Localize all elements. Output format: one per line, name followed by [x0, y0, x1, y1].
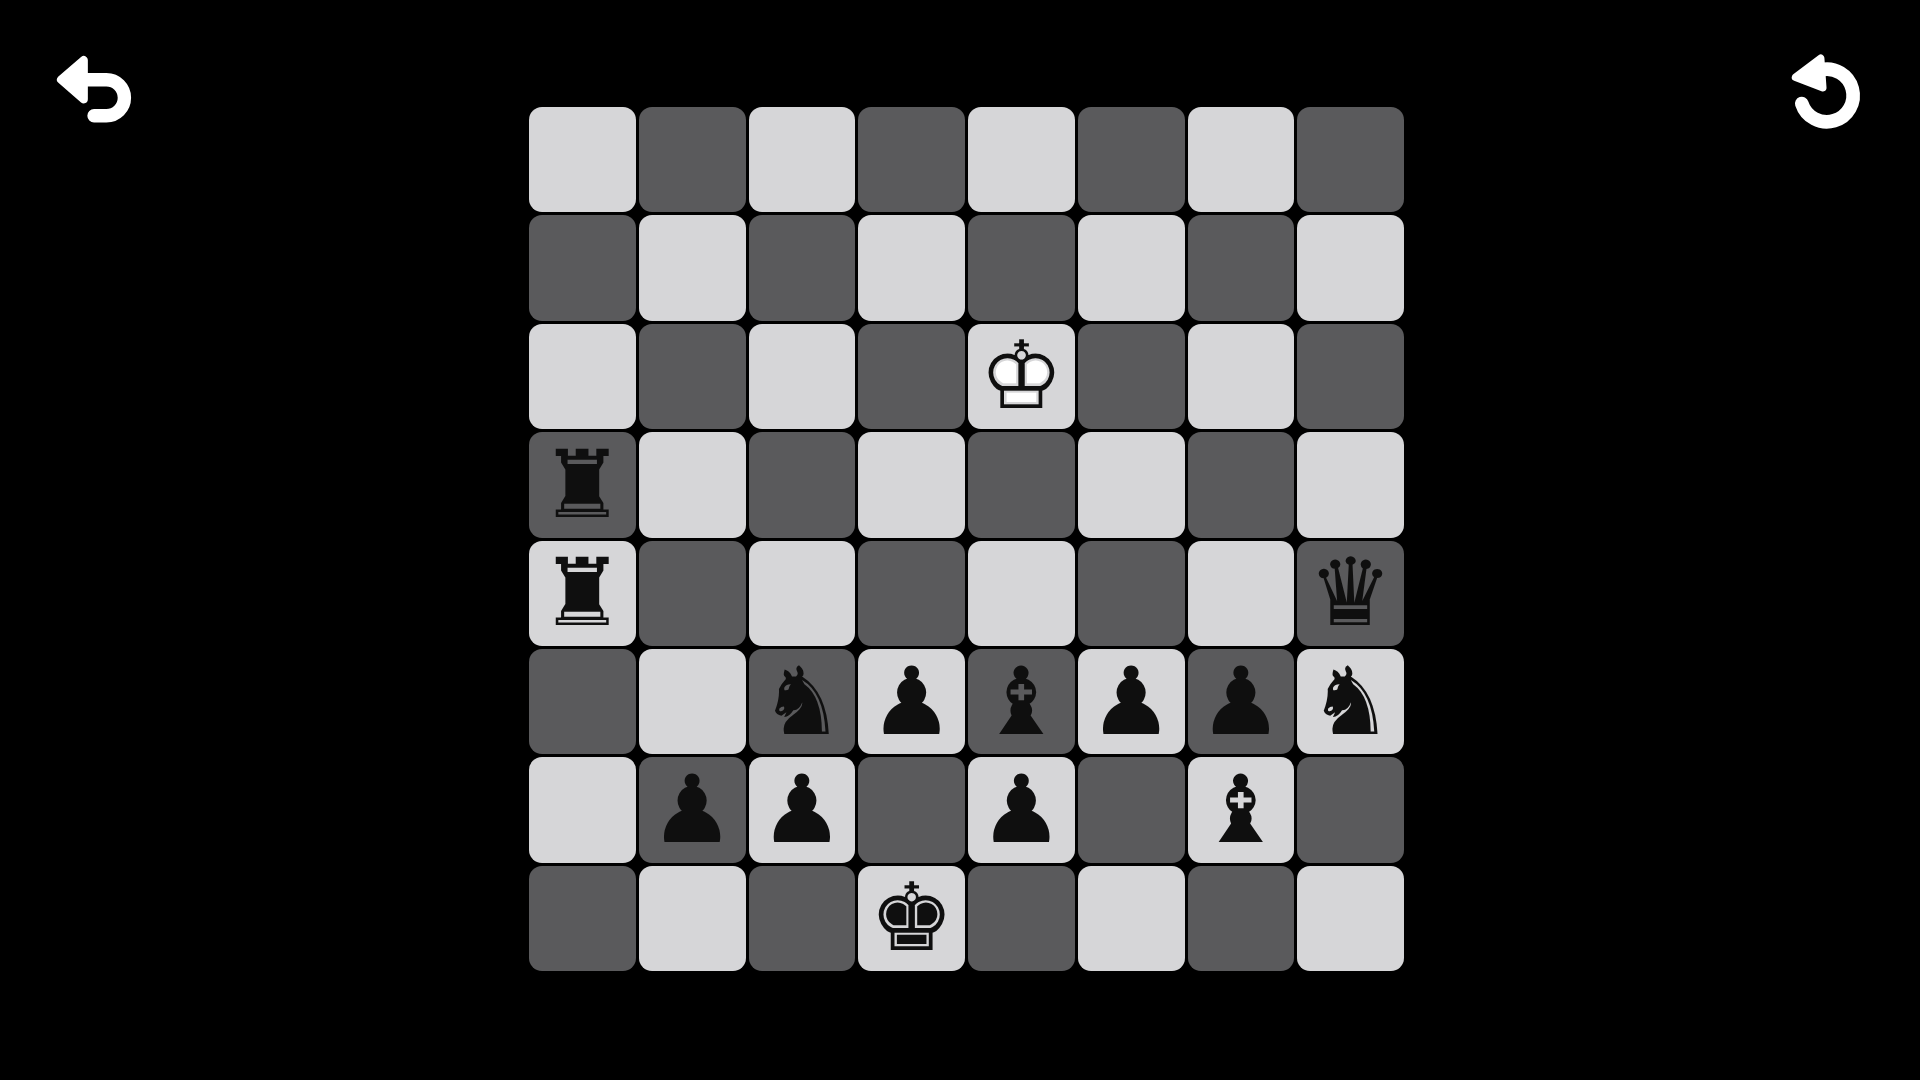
square-b7[interactable]	[639, 215, 746, 320]
square-f2[interactable]	[1078, 757, 1185, 862]
square-b3[interactable]	[639, 649, 746, 754]
square-e8[interactable]	[968, 107, 1075, 212]
square-a2[interactable]	[529, 757, 636, 862]
square-h3[interactable]: ♞	[1297, 649, 1404, 754]
square-c6[interactable]	[749, 324, 856, 429]
piece-black-pawn[interactable]: ♟	[760, 763, 844, 857]
square-e2[interactable]: ♟	[968, 757, 1075, 862]
square-f4[interactable]	[1078, 541, 1185, 646]
square-c1[interactable]	[749, 866, 856, 971]
undo-button[interactable]	[52, 54, 134, 124]
square-b1[interactable]	[639, 866, 746, 971]
square-g4[interactable]	[1188, 541, 1295, 646]
square-b4[interactable]	[639, 541, 746, 646]
square-g2[interactable]: ♝	[1188, 757, 1295, 862]
square-d4[interactable]	[858, 541, 965, 646]
square-g6[interactable]	[1188, 324, 1295, 429]
piece-black-pawn[interactable]: ♟	[869, 655, 953, 749]
square-h7[interactable]	[1297, 215, 1404, 320]
piece-black-king[interactable]: ♚	[869, 871, 953, 965]
piece-black-pawn[interactable]: ♟	[1199, 655, 1283, 749]
square-a1[interactable]	[529, 866, 636, 971]
square-d5[interactable]	[858, 432, 965, 537]
square-h6[interactable]	[1297, 324, 1404, 429]
undo-back-arrow-icon	[52, 54, 134, 124]
square-c7[interactable]	[749, 215, 856, 320]
piece-black-pawn[interactable]: ♟	[650, 763, 734, 857]
piece-black-pawn[interactable]: ♟	[1089, 655, 1173, 749]
square-h5[interactable]	[1297, 432, 1404, 537]
piece-black-rook[interactable]: ♜	[540, 546, 624, 640]
square-a8[interactable]	[529, 107, 636, 212]
square-a5[interactable]: ♜	[529, 432, 636, 537]
square-f8[interactable]	[1078, 107, 1185, 212]
square-b5[interactable]	[639, 432, 746, 537]
piece-black-queen[interactable]: ♛	[1308, 546, 1392, 640]
square-g8[interactable]	[1188, 107, 1295, 212]
square-e7[interactable]	[968, 215, 1075, 320]
square-f7[interactable]	[1078, 215, 1185, 320]
square-f1[interactable]	[1078, 866, 1185, 971]
square-g7[interactable]	[1188, 215, 1295, 320]
square-a6[interactable]	[529, 324, 636, 429]
piece-black-bishop[interactable]: ♝	[1199, 763, 1283, 857]
square-d2[interactable]	[858, 757, 965, 862]
square-d1[interactable]: ♚	[858, 866, 965, 971]
square-e1[interactable]	[968, 866, 1075, 971]
square-h4[interactable]: ♛	[1297, 541, 1404, 646]
square-e3[interactable]: ♝	[968, 649, 1075, 754]
square-e4[interactable]	[968, 541, 1075, 646]
square-c5[interactable]	[749, 432, 856, 537]
piece-black-rook[interactable]: ♜	[540, 438, 624, 532]
square-f6[interactable]	[1078, 324, 1185, 429]
square-a4[interactable]: ♜	[529, 541, 636, 646]
piece-black-knight[interactable]: ♞	[1308, 655, 1392, 749]
square-d7[interactable]	[858, 215, 965, 320]
piece-black-bishop[interactable]: ♝	[979, 655, 1063, 749]
square-c8[interactable]	[749, 107, 856, 212]
square-d3[interactable]: ♟	[858, 649, 965, 754]
square-c2[interactable]: ♟	[749, 757, 856, 862]
square-e6[interactable]: ♚♔	[968, 324, 1075, 429]
piece-black-pawn[interactable]: ♟	[979, 763, 1063, 857]
chess-app: ♚♔♜♜♛♞♟♝♟♟♞♟♟♟♝♚	[0, 0, 1920, 1080]
chess-board: ♚♔♜♜♛♞♟♝♟♟♞♟♟♟♝♚	[529, 107, 1404, 971]
square-a7[interactable]	[529, 215, 636, 320]
piece-black-knight[interactable]: ♞	[760, 655, 844, 749]
square-c4[interactable]	[749, 541, 856, 646]
square-c3[interactable]: ♞	[749, 649, 856, 754]
square-h2[interactable]	[1297, 757, 1404, 862]
square-h1[interactable]	[1297, 866, 1404, 971]
square-d8[interactable]	[858, 107, 965, 212]
square-b2[interactable]: ♟	[639, 757, 746, 862]
restart-circular-arrow-icon	[1786, 52, 1866, 134]
square-b8[interactable]	[639, 107, 746, 212]
square-a3[interactable]	[529, 649, 636, 754]
square-e5[interactable]	[968, 432, 1075, 537]
piece-white-king[interactable]: ♚♔	[979, 329, 1063, 423]
square-f3[interactable]: ♟	[1078, 649, 1185, 754]
square-g5[interactable]	[1188, 432, 1295, 537]
square-b6[interactable]	[639, 324, 746, 429]
square-d6[interactable]	[858, 324, 965, 429]
square-h8[interactable]	[1297, 107, 1404, 212]
square-g1[interactable]	[1188, 866, 1295, 971]
square-g3[interactable]: ♟	[1188, 649, 1295, 754]
restart-button[interactable]	[1786, 52, 1866, 134]
square-f5[interactable]	[1078, 432, 1185, 537]
